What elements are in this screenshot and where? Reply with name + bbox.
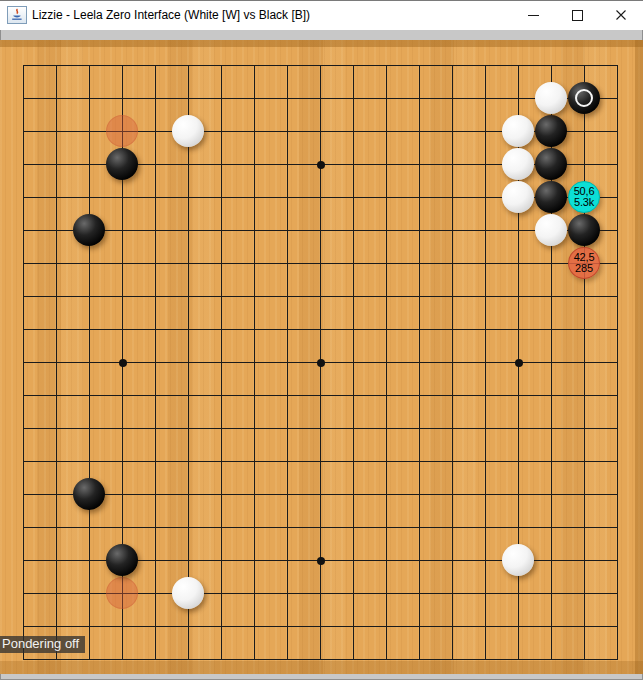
grid-line bbox=[23, 527, 618, 528]
star-point bbox=[317, 557, 325, 565]
star-point bbox=[119, 359, 127, 367]
alt-move-suggestion[interactable]: 42,5285 bbox=[568, 247, 600, 279]
grid-line bbox=[452, 65, 453, 660]
grid-line bbox=[23, 494, 618, 495]
lizzie-window: Lizzie - Leela Zero Interface (White [W]… bbox=[0, 0, 643, 680]
black-stone bbox=[106, 544, 138, 576]
black-stone bbox=[535, 181, 567, 213]
star-point bbox=[515, 359, 523, 367]
java-app-icon bbox=[7, 6, 27, 24]
star-point bbox=[317, 161, 325, 169]
visits-value: 5.3k bbox=[574, 197, 594, 208]
black-stone bbox=[568, 214, 600, 246]
candidate-move-ghost[interactable] bbox=[106, 115, 138, 147]
title-bar[interactable]: Lizzie - Leela Zero Interface (White [W]… bbox=[0, 0, 643, 30]
go-board[interactable]: 50,65.3k42,5285 bbox=[0, 40, 643, 674]
maximize-button[interactable] bbox=[555, 0, 599, 30]
window-title: Lizzie - Leela Zero Interface (White [W]… bbox=[32, 0, 310, 30]
white-stone bbox=[502, 115, 534, 147]
grid-line bbox=[617, 65, 618, 660]
grid-line bbox=[485, 65, 486, 660]
white-stone bbox=[172, 115, 204, 147]
black-stone bbox=[73, 478, 105, 510]
black-stone bbox=[73, 214, 105, 246]
black-stone bbox=[535, 148, 567, 180]
white-stone bbox=[502, 544, 534, 576]
white-stone bbox=[502, 181, 534, 213]
last-move-marker bbox=[575, 89, 593, 107]
pondering-status: Pondering off bbox=[0, 636, 85, 653]
visits-value: 285 bbox=[575, 263, 593, 274]
best-move-suggestion[interactable]: 50,65.3k bbox=[568, 181, 600, 213]
grid-line bbox=[419, 65, 420, 660]
white-stone bbox=[172, 577, 204, 609]
grid-line bbox=[386, 65, 387, 660]
maximize-icon bbox=[572, 10, 583, 21]
grid-line bbox=[23, 428, 618, 429]
grid-line bbox=[23, 626, 618, 627]
close-button[interactable] bbox=[599, 0, 643, 30]
minimize-icon bbox=[528, 15, 539, 16]
close-icon bbox=[615, 9, 627, 21]
grid-line bbox=[23, 395, 618, 396]
white-stone bbox=[502, 148, 534, 180]
minimize-button[interactable] bbox=[511, 0, 555, 30]
white-stone bbox=[535, 82, 567, 114]
white-stone bbox=[535, 214, 567, 246]
grid-line bbox=[353, 65, 354, 660]
black-stone bbox=[568, 82, 600, 114]
candidate-move-ghost[interactable] bbox=[106, 577, 138, 609]
black-stone bbox=[106, 148, 138, 180]
black-stone bbox=[535, 115, 567, 147]
grid-line bbox=[23, 659, 618, 660]
grid-line bbox=[584, 65, 585, 660]
star-point bbox=[317, 359, 325, 367]
grid-line bbox=[23, 461, 618, 462]
